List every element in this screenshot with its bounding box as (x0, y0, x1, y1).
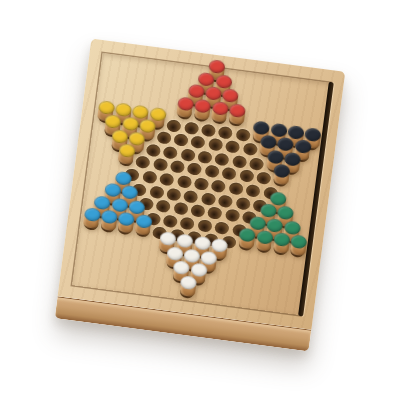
board-hole[interactable] (201, 192, 216, 206)
board-area (72, 53, 331, 315)
board-hole[interactable] (190, 136, 205, 150)
board-hole[interactable] (235, 196, 250, 210)
board-hole[interactable] (135, 156, 150, 170)
board-hole[interactable] (156, 200, 171, 214)
peg-black[interactable] (272, 164, 291, 187)
box-top-face (58, 38, 346, 329)
board-hole[interactable] (142, 170, 157, 184)
board-hole[interactable] (207, 206, 222, 220)
board-hole[interactable] (211, 180, 226, 194)
board-hole[interactable] (180, 217, 195, 231)
board-hole[interactable] (159, 173, 174, 187)
chinese-checkers-scene (0, 0, 400, 400)
board-hole[interactable] (180, 148, 195, 162)
board-hole[interactable] (163, 214, 178, 228)
board-hole[interactable] (256, 172, 271, 186)
peg-green[interactable] (255, 230, 274, 253)
board-hole[interactable] (214, 221, 229, 235)
board-hole[interactable] (176, 175, 191, 189)
board-hole[interactable] (197, 150, 212, 164)
board-hole[interactable] (232, 155, 247, 169)
peg-white[interactable] (179, 275, 198, 298)
board-hole[interactable] (156, 131, 171, 145)
peg-green[interactable] (237, 228, 256, 251)
peg-blue[interactable] (99, 210, 118, 233)
board-hole[interactable] (218, 126, 233, 140)
board-hole[interactable] (173, 133, 188, 147)
board-hole[interactable] (146, 143, 161, 157)
board-hole[interactable] (228, 182, 243, 196)
board-hole[interactable] (152, 158, 167, 172)
peg-red[interactable] (176, 96, 195, 119)
board-hole[interactable] (225, 209, 240, 223)
board-hole[interactable] (218, 194, 233, 208)
board-hole[interactable] (166, 119, 181, 133)
board-hole[interactable] (215, 153, 230, 167)
board-hole[interactable] (249, 157, 264, 171)
peg-blue[interactable] (82, 207, 101, 230)
peg-red[interactable] (193, 99, 212, 122)
board-hole[interactable] (201, 123, 216, 137)
board-hole[interactable] (149, 185, 164, 199)
board-hole[interactable] (221, 167, 236, 181)
board-hole[interactable] (163, 146, 178, 160)
board-hole[interactable] (187, 163, 202, 177)
board-hole[interactable] (194, 177, 209, 191)
peg-blue[interactable] (117, 212, 136, 235)
board-hole[interactable] (173, 202, 188, 216)
board-hole[interactable] (184, 121, 199, 135)
peg-red[interactable] (210, 101, 229, 124)
board-hole[interactable] (235, 128, 250, 142)
board-hole[interactable] (242, 142, 257, 156)
game-box (55, 38, 346, 351)
board-hole[interactable] (245, 184, 260, 198)
board-hole[interactable] (166, 187, 181, 201)
board-hole[interactable] (208, 138, 223, 152)
board-hole[interactable] (183, 190, 198, 204)
board-hole[interactable] (204, 165, 219, 179)
board-hole[interactable] (190, 204, 205, 218)
peg-yellow[interactable] (117, 143, 136, 166)
peg-red[interactable] (228, 103, 247, 126)
peg-green[interactable] (272, 232, 291, 255)
peg-blue[interactable] (134, 214, 153, 237)
board-hole[interactable] (170, 160, 185, 174)
board-hole[interactable] (197, 219, 212, 233)
board-hole[interactable] (225, 140, 240, 154)
board-hole[interactable] (239, 169, 254, 183)
